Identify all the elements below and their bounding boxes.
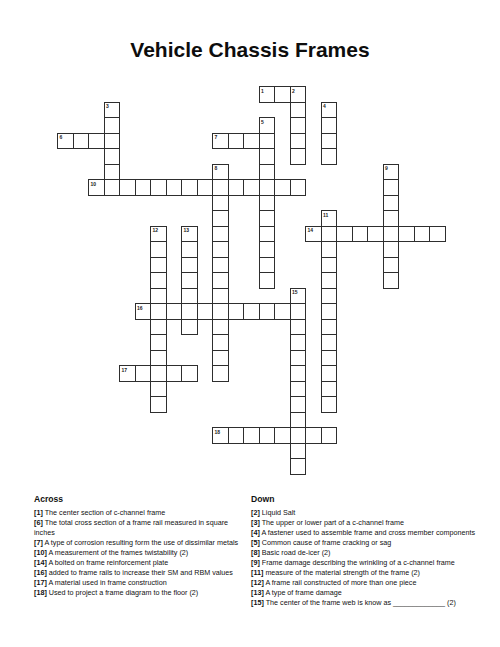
across-list: [1] The center section of c-channel fram… xyxy=(34,508,247,598)
clue-item: [16] added to frame rails to increase th… xyxy=(34,568,247,578)
grid-cell[interactable] xyxy=(212,334,229,351)
grid-cell[interactable]: 16 xyxy=(135,303,152,320)
grid-cell[interactable] xyxy=(150,334,167,351)
grid-cell[interactable] xyxy=(259,210,276,227)
clue-number: 10 xyxy=(91,181,97,187)
grid-cell[interactable] xyxy=(181,272,198,289)
grid-cell[interactable]: 15 xyxy=(290,288,307,305)
grid-cell[interactable] xyxy=(150,381,167,398)
clue-item: [4] A fastener used to assemble frame an… xyxy=(251,528,478,538)
clue-item: [14] A bolted on frame reinforcement pla… xyxy=(34,558,247,568)
grid-cell[interactable] xyxy=(290,303,307,320)
grid-cell[interactable] xyxy=(259,133,276,150)
grid-cell[interactable]: 7 xyxy=(212,133,229,150)
grid-cell[interactable] xyxy=(274,179,291,196)
grid-cell[interactable] xyxy=(321,226,338,243)
grid-cell[interactable] xyxy=(135,365,152,382)
grid-cell[interactable] xyxy=(259,195,276,212)
grid-cell[interactable] xyxy=(212,350,229,367)
clue-number: 3 xyxy=(106,103,109,109)
grid-cell[interactable] xyxy=(383,226,400,243)
clue-number: 7 xyxy=(215,134,218,140)
grid-cell[interactable] xyxy=(228,179,245,196)
grid-cell[interactable] xyxy=(321,117,338,134)
grid-cell[interactable] xyxy=(228,303,245,320)
page-title: Vehicle Chassis Frames xyxy=(0,38,500,62)
clue-item: [6] The total cross section of a frame r… xyxy=(34,518,247,538)
clue-number: 17 xyxy=(122,367,128,373)
grid-cell[interactable]: 3 xyxy=(104,102,121,119)
grid-cell[interactable] xyxy=(212,365,229,382)
grid-cell[interactable]: 1 xyxy=(259,86,276,103)
grid-cell[interactable] xyxy=(259,241,276,258)
grid-cell[interactable]: 18 xyxy=(212,427,229,444)
grid-cell[interactable] xyxy=(383,210,400,227)
clue-number: 12 xyxy=(153,227,159,233)
clue-number: 15 xyxy=(292,289,298,295)
grid-cell[interactable]: 17 xyxy=(119,365,136,382)
grid-cell[interactable] xyxy=(212,272,229,289)
grid-cell[interactable] xyxy=(150,272,167,289)
grid-cell[interactable] xyxy=(212,226,229,243)
grid-cell[interactable] xyxy=(321,319,338,336)
clue-item: [10] A measurement of the frames twistab… xyxy=(34,548,247,558)
grid-cell[interactable] xyxy=(104,117,121,134)
grid-cell[interactable] xyxy=(290,427,307,444)
grid-cell[interactable] xyxy=(383,257,400,274)
clue-number: 11 xyxy=(323,212,328,218)
crossword-grid: 123456789101112131415161718 xyxy=(57,86,446,475)
grid-cell[interactable] xyxy=(321,381,338,398)
clue-item: [13] A type of frame damage xyxy=(251,588,478,598)
grid-cell[interactable] xyxy=(212,319,229,336)
clue-item: [1] The center section of c-channel fram… xyxy=(34,508,247,518)
grid-cell[interactable] xyxy=(398,226,415,243)
grid-cell[interactable] xyxy=(290,381,307,398)
grid-cell[interactable]: 12 xyxy=(150,226,167,243)
grid-cell[interactable] xyxy=(259,179,276,196)
grid-cell[interactable] xyxy=(150,396,167,413)
grid-cell[interactable] xyxy=(212,303,229,320)
grid-cell[interactable]: 8 xyxy=(212,164,229,181)
clue-number: 2 xyxy=(292,88,295,94)
grid-cell[interactable] xyxy=(414,226,431,243)
grid-cell[interactable] xyxy=(290,458,307,475)
grid-cell[interactable] xyxy=(383,179,400,196)
grid-cell[interactable] xyxy=(274,303,291,320)
grid-cell[interactable] xyxy=(88,133,105,150)
grid-cell[interactable] xyxy=(321,365,338,382)
clue-item: [9] Frame damage describing the wrinklin… xyxy=(251,558,478,568)
grid-cell[interactable] xyxy=(119,179,136,196)
across-header: Across xyxy=(34,494,247,505)
clue-item: [11] measure of the material strength of… xyxy=(251,568,478,578)
grid-cell[interactable] xyxy=(259,303,276,320)
clue-item: [3] The upper or lower part of a c-chann… xyxy=(251,518,478,528)
grid-cell[interactable]: 2 xyxy=(290,86,307,103)
clue-number: 8 xyxy=(215,165,218,171)
grid-cell[interactable] xyxy=(259,226,276,243)
clue-number: 18 xyxy=(215,429,221,435)
clue-item: [12] A frame rail constructed of more th… xyxy=(251,578,478,588)
grid-cell[interactable] xyxy=(212,195,229,212)
grid-cell[interactable] xyxy=(243,179,260,196)
grid-cell[interactable] xyxy=(290,412,307,429)
grid-cell[interactable]: 5 xyxy=(259,117,276,134)
grid-cell[interactable] xyxy=(259,272,276,289)
grid-cell[interactable] xyxy=(104,133,121,150)
grid-cell[interactable] xyxy=(166,303,183,320)
grid-cell[interactable] xyxy=(321,133,338,150)
grid-cell[interactable] xyxy=(243,133,260,150)
grid-cell[interactable] xyxy=(150,319,167,336)
grid-cell[interactable] xyxy=(181,241,198,258)
grid-cell[interactable] xyxy=(181,257,198,274)
grid-cell[interactable] xyxy=(212,210,229,227)
grid-cell[interactable] xyxy=(305,427,322,444)
grid-cell[interactable] xyxy=(212,241,229,258)
grid-cell[interactable] xyxy=(321,427,338,444)
grid-cell[interactable] xyxy=(259,257,276,274)
grid-cell[interactable] xyxy=(228,133,245,150)
grid-cell[interactable] xyxy=(104,164,121,181)
grid-cell[interactable] xyxy=(150,241,167,258)
grid-cell[interactable] xyxy=(290,117,307,134)
grid-cell[interactable] xyxy=(150,288,167,305)
grid-cell[interactable] xyxy=(290,319,307,336)
grid-cell[interactable] xyxy=(243,427,260,444)
grid-cell[interactable] xyxy=(321,350,338,367)
grid-cell[interactable] xyxy=(259,148,276,165)
grid-cell[interactable] xyxy=(383,195,400,212)
grid-cell[interactable]: 4 xyxy=(321,102,338,119)
grid-cell[interactable] xyxy=(321,241,338,258)
clue-item: [18] Used to project a frame diagram to … xyxy=(34,588,247,598)
grid-cell[interactable] xyxy=(429,226,446,243)
clue-item: [15] The center of the frame web is know… xyxy=(251,598,478,608)
grid-cell[interactable] xyxy=(336,226,353,243)
clue-number: 6 xyxy=(60,134,63,140)
clue-item: [2] Liquid Salt xyxy=(251,508,478,518)
clue-number: 13 xyxy=(184,227,190,233)
grid-cell[interactable] xyxy=(321,148,338,165)
grid-cell[interactable] xyxy=(367,226,384,243)
down-clues-section: Down [2] Liquid Salt[3] The upper or low… xyxy=(251,494,478,608)
grid-cell[interactable]: 10 xyxy=(88,179,105,196)
grid-cell[interactable] xyxy=(274,86,291,103)
grid-cell[interactable] xyxy=(135,179,152,196)
grid-cell[interactable] xyxy=(321,288,338,305)
grid-cell[interactable] xyxy=(290,443,307,460)
grid-cell[interactable] xyxy=(181,288,198,305)
grid-cell[interactable] xyxy=(290,334,307,351)
clue-number: 16 xyxy=(137,305,143,311)
clue-item: [8] Basic road de-icer (2) xyxy=(251,548,478,558)
grid-cell[interactable] xyxy=(383,272,400,289)
grid-cell[interactable] xyxy=(259,427,276,444)
grid-cell[interactable] xyxy=(321,396,338,413)
grid-cell[interactable] xyxy=(290,102,307,119)
grid-cell[interactable] xyxy=(166,365,183,382)
clue-item: [5] Common cause of frame cracking or sa… xyxy=(251,538,478,548)
clue-number: 1 xyxy=(261,88,264,94)
clue-number: 5 xyxy=(261,119,264,125)
down-list: [2] Liquid Salt[3] The upper or lower pa… xyxy=(251,508,478,608)
grid-cell[interactable] xyxy=(104,179,121,196)
grid-cell[interactable]: 6 xyxy=(57,133,74,150)
grid-cell[interactable]: 9 xyxy=(383,164,400,181)
grid-cell[interactable] xyxy=(352,226,369,243)
grid-cell[interactable] xyxy=(197,179,214,196)
grid-cell[interactable] xyxy=(181,319,198,336)
grid-cell[interactable] xyxy=(104,148,121,165)
grid-cell[interactable]: 14 xyxy=(305,226,322,243)
grid-cell[interactable] xyxy=(181,303,198,320)
grid-cell[interactable] xyxy=(321,334,338,351)
grid-cell[interactable] xyxy=(166,179,183,196)
grid-cell[interactable] xyxy=(321,272,338,289)
grid-cell[interactable] xyxy=(73,133,90,150)
grid-cell[interactable] xyxy=(290,365,307,382)
clue-number: 9 xyxy=(385,165,388,171)
grid-cell[interactable] xyxy=(212,257,229,274)
grid-cell[interactable] xyxy=(150,350,167,367)
grid-cell[interactable] xyxy=(274,427,291,444)
clue-number: 14 xyxy=(308,227,314,233)
grid-cell[interactable] xyxy=(290,396,307,413)
grid-cell[interactable] xyxy=(290,179,307,196)
grid-cell[interactable]: 13 xyxy=(181,226,198,243)
clue-item: [17] A material used in frame constructi… xyxy=(34,578,247,588)
grid-cell[interactable] xyxy=(212,179,229,196)
grid-cell[interactable] xyxy=(228,427,245,444)
grid-cell[interactable]: 11 xyxy=(321,210,338,227)
across-clues-section: Across [1] The center section of c-chann… xyxy=(34,494,247,598)
grid-cell[interactable] xyxy=(197,303,214,320)
grid-cell[interactable] xyxy=(259,164,276,181)
grid-cell[interactable] xyxy=(321,257,338,274)
grid-cell[interactable] xyxy=(243,303,260,320)
clue-number: 4 xyxy=(323,103,326,109)
grid-cell[interactable] xyxy=(150,365,167,382)
grid-cell[interactable] xyxy=(321,303,338,320)
down-header: Down xyxy=(251,494,478,505)
grid-cell[interactable] xyxy=(290,148,307,165)
grid-cell[interactable] xyxy=(290,350,307,367)
grid-cell[interactable] xyxy=(150,257,167,274)
grid-cell[interactable] xyxy=(212,288,229,305)
clue-item: [7] A type of corrosion resulting form t… xyxy=(34,538,247,548)
grid-cell[interactable] xyxy=(181,365,198,382)
grid-cell[interactable] xyxy=(150,303,167,320)
grid-cell[interactable] xyxy=(181,179,198,196)
grid-cell[interactable] xyxy=(290,133,307,150)
grid-cell[interactable] xyxy=(383,241,400,258)
grid-cell[interactable] xyxy=(150,179,167,196)
